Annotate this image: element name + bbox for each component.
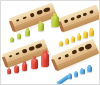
cylinder-hole <box>36 9 43 15</box>
cylinder-hole <box>69 16 74 20</box>
green-cylinder-1 <box>10 38 14 42</box>
blue-cylinder-3 <box>74 72 78 77</box>
cylinder-hole <box>34 42 42 49</box>
cylinder-hole <box>28 45 35 51</box>
green-cylinder-3 <box>25 30 30 37</box>
cylinder-hole <box>88 9 93 13</box>
cylinder-hole <box>76 14 81 18</box>
cylinder-hole <box>63 18 68 22</box>
cylinder-hole <box>77 46 84 53</box>
cylinder-hole <box>82 11 87 15</box>
cylinder-hole <box>21 48 26 53</box>
blue-cylinder-5 <box>87 66 92 72</box>
cylinder-hole <box>58 57 61 60</box>
red-cylinder-1 <box>7 69 11 74</box>
yellow-cylinder-2 <box>65 39 69 44</box>
green-cylinder-4 <box>38 23 44 31</box>
cylinder-hole <box>23 16 27 20</box>
red-cylinder-5 <box>41 53 49 67</box>
yellow-cylinder-5 <box>83 32 88 38</box>
cylinder-hole <box>8 55 11 58</box>
blue-cylinder-4 <box>80 69 85 74</box>
product-photo-montessori-cylinder-blocks <box>0 0 100 85</box>
cylinder-hole <box>15 51 19 55</box>
yellow-cylinder-6 <box>89 30 94 36</box>
yellow-cylinder-1 <box>59 42 63 46</box>
green-cylinder-5 <box>51 16 59 27</box>
cylinder-hole <box>29 13 34 18</box>
green-cylinder-2 <box>17 34 21 39</box>
cylinder-hole <box>16 19 19 22</box>
red-cylinder-3 <box>22 63 27 71</box>
cylinder-hole <box>71 50 77 55</box>
yellow-cylinder-3 <box>71 37 75 42</box>
yellow-cylinder-4 <box>77 35 81 40</box>
blue-cylinder-2 <box>68 74 72 79</box>
cylinder-hole <box>65 54 70 58</box>
red-cylinder-4 <box>31 59 38 70</box>
red-cylinder-2 <box>14 66 19 73</box>
